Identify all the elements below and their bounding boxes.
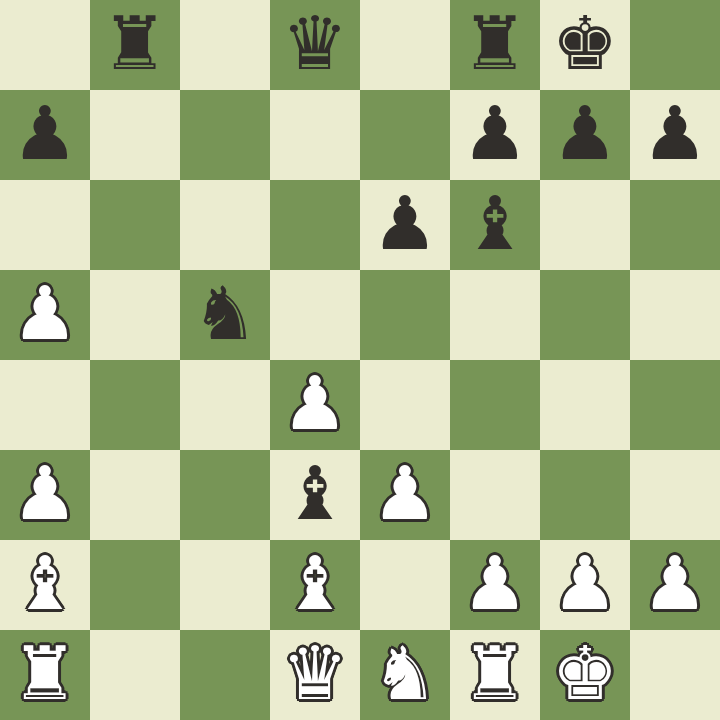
piece-white-pawn[interactable]: ♟	[282, 358, 348, 448]
piece-black-pawn[interactable]: ♟	[642, 88, 708, 178]
square-d5[interactable]	[270, 270, 360, 360]
piece-white-rook[interactable]: ♜	[462, 628, 528, 718]
piece-black-rook[interactable]: ♜	[102, 0, 168, 88]
square-b2[interactable]	[90, 540, 180, 630]
square-h2[interactable]: ♟	[630, 540, 720, 630]
square-a8[interactable]	[0, 0, 90, 90]
square-a7[interactable]: ♟	[0, 90, 90, 180]
square-c6[interactable]	[180, 180, 270, 270]
square-f3[interactable]	[450, 450, 540, 540]
square-h3[interactable]	[630, 450, 720, 540]
piece-white-bishop[interactable]: ♝	[12, 538, 78, 628]
piece-black-king[interactable]: ♚	[552, 0, 618, 88]
square-a4[interactable]	[0, 360, 90, 450]
piece-white-pawn[interactable]: ♟	[552, 538, 618, 628]
square-e6[interactable]: ♟	[360, 180, 450, 270]
square-e1[interactable]: ♞	[360, 630, 450, 720]
square-d6[interactable]	[270, 180, 360, 270]
square-h7[interactable]: ♟	[630, 90, 720, 180]
square-e2[interactable]	[360, 540, 450, 630]
square-f4[interactable]	[450, 360, 540, 450]
square-e8[interactable]	[360, 0, 450, 90]
piece-black-bishop[interactable]: ♝	[462, 178, 528, 268]
square-a3[interactable]: ♟	[0, 450, 90, 540]
square-d4[interactable]: ♟	[270, 360, 360, 450]
square-f6[interactable]: ♝	[450, 180, 540, 270]
square-h4[interactable]	[630, 360, 720, 450]
square-e5[interactable]	[360, 270, 450, 360]
piece-white-knight[interactable]: ♞	[372, 628, 438, 718]
piece-white-pawn[interactable]: ♟	[462, 538, 528, 628]
square-d1[interactable]: ♛	[270, 630, 360, 720]
chess-board: ♜♛♜♚♟♟♟♟♟♝♟♞♟♟♝♟♝♝♟♟♟♜♛♞♜♚	[0, 0, 720, 720]
piece-white-pawn[interactable]: ♟	[642, 538, 708, 628]
square-c3[interactable]	[180, 450, 270, 540]
square-e4[interactable]	[360, 360, 450, 450]
square-c7[interactable]	[180, 90, 270, 180]
square-b1[interactable]	[90, 630, 180, 720]
piece-black-pawn[interactable]: ♟	[462, 88, 528, 178]
square-f8[interactable]: ♜	[450, 0, 540, 90]
piece-white-queen[interactable]: ♛	[282, 628, 348, 718]
square-d8[interactable]: ♛	[270, 0, 360, 90]
square-d7[interactable]	[270, 90, 360, 180]
square-a6[interactable]	[0, 180, 90, 270]
square-g2[interactable]: ♟	[540, 540, 630, 630]
square-f7[interactable]: ♟	[450, 90, 540, 180]
square-a1[interactable]: ♜	[0, 630, 90, 720]
square-c1[interactable]	[180, 630, 270, 720]
piece-black-knight[interactable]: ♞	[192, 268, 258, 358]
square-d3[interactable]: ♝	[270, 450, 360, 540]
square-h6[interactable]	[630, 180, 720, 270]
square-h1[interactable]	[630, 630, 720, 720]
square-g1[interactable]: ♚	[540, 630, 630, 720]
square-c8[interactable]	[180, 0, 270, 90]
piece-black-queen[interactable]: ♛	[282, 0, 348, 88]
square-b8[interactable]: ♜	[90, 0, 180, 90]
square-c5[interactable]: ♞	[180, 270, 270, 360]
square-e3[interactable]: ♟	[360, 450, 450, 540]
square-c2[interactable]	[180, 540, 270, 630]
piece-black-pawn[interactable]: ♟	[12, 88, 78, 178]
square-g8[interactable]: ♚	[540, 0, 630, 90]
square-g4[interactable]	[540, 360, 630, 450]
square-g5[interactable]	[540, 270, 630, 360]
square-f1[interactable]: ♜	[450, 630, 540, 720]
square-g6[interactable]	[540, 180, 630, 270]
piece-white-pawn[interactable]: ♟	[12, 448, 78, 538]
square-b6[interactable]	[90, 180, 180, 270]
piece-white-rook[interactable]: ♜	[12, 628, 78, 718]
square-b7[interactable]	[90, 90, 180, 180]
square-h5[interactable]	[630, 270, 720, 360]
square-f2[interactable]: ♟	[450, 540, 540, 630]
piece-white-pawn[interactable]: ♟	[372, 448, 438, 538]
piece-black-bishop[interactable]: ♝	[282, 448, 348, 538]
square-d2[interactable]: ♝	[270, 540, 360, 630]
square-f5[interactable]	[450, 270, 540, 360]
square-a5[interactable]: ♟	[0, 270, 90, 360]
piece-black-rook[interactable]: ♜	[462, 0, 528, 88]
square-b5[interactable]	[90, 270, 180, 360]
piece-black-pawn[interactable]: ♟	[372, 178, 438, 268]
square-h8[interactable]	[630, 0, 720, 90]
square-g3[interactable]	[540, 450, 630, 540]
piece-white-pawn[interactable]: ♟	[12, 268, 78, 358]
square-a2[interactable]: ♝	[0, 540, 90, 630]
piece-white-king[interactable]: ♚	[552, 628, 618, 718]
piece-black-pawn[interactable]: ♟	[552, 88, 618, 178]
square-c4[interactable]	[180, 360, 270, 450]
square-g7[interactable]: ♟	[540, 90, 630, 180]
piece-white-bishop[interactable]: ♝	[282, 538, 348, 628]
square-e7[interactable]	[360, 90, 450, 180]
square-b3[interactable]	[90, 450, 180, 540]
square-b4[interactable]	[90, 360, 180, 450]
